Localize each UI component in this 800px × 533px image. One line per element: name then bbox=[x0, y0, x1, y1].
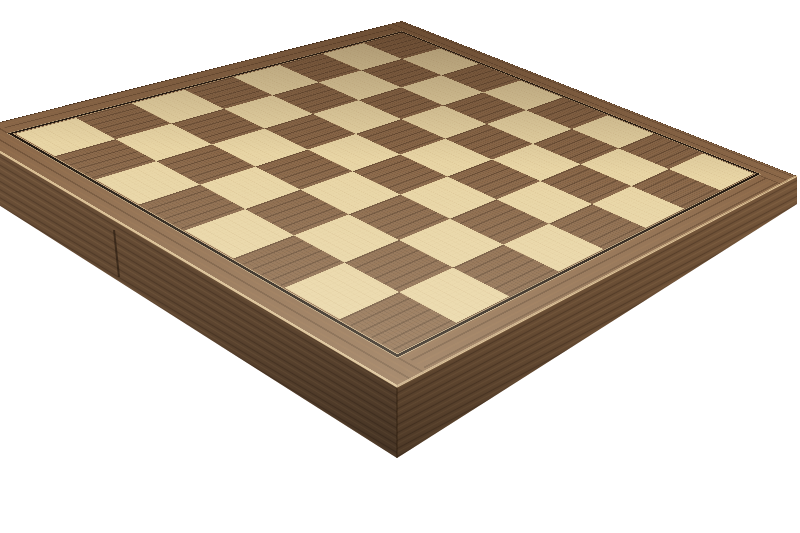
product-photo-stage bbox=[0, 0, 800, 533]
